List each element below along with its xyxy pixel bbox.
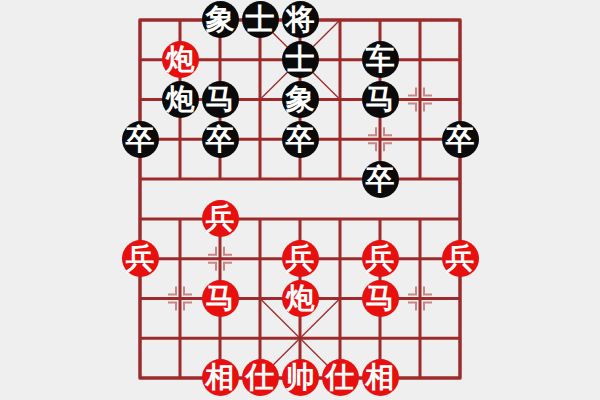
black-chariot[interactable]: 车 [362,41,399,78]
xiangqi-app: 象士将炮士车炮马象马卒卒卒卒卒兵兵兵兵兵马炮马相仕帅仕相 [0,0,600,400]
red-general[interactable]: 帅 [282,359,319,396]
black-soldier[interactable]: 卒 [442,121,479,158]
black-advisor[interactable]: 士 [282,41,319,78]
black-horse[interactable]: 马 [202,81,239,118]
red-cannon[interactable]: 炮 [162,41,199,78]
red-horse[interactable]: 马 [362,280,399,317]
red-soldier[interactable]: 兵 [202,200,239,237]
red-cannon[interactable]: 炮 [282,280,319,317]
black-soldier[interactable]: 卒 [202,121,239,158]
red-elephant[interactable]: 相 [362,359,399,396]
pieces-layer: 象士将炮士车炮马象马卒卒卒卒卒兵兵兵兵兵马炮马相仕帅仕相 [120,0,480,398]
black-general[interactable]: 将 [282,1,319,38]
black-horse[interactable]: 马 [362,81,399,118]
red-elephant[interactable]: 相 [202,359,239,396]
red-soldier[interactable]: 兵 [362,240,399,277]
red-soldier[interactable]: 兵 [122,240,159,277]
black-elephant[interactable]: 象 [202,1,239,38]
black-soldier[interactable]: 卒 [122,121,159,158]
red-soldier[interactable]: 兵 [282,240,319,277]
black-soldier[interactable]: 卒 [282,121,319,158]
red-horse[interactable]: 马 [202,280,239,317]
black-elephant[interactable]: 象 [282,81,319,118]
red-soldier[interactable]: 兵 [442,240,479,277]
black-advisor[interactable]: 士 [242,1,279,38]
black-cannon[interactable]: 炮 [162,81,199,118]
red-advisor[interactable]: 仕 [242,359,279,396]
black-soldier[interactable]: 卒 [362,161,399,198]
red-advisor[interactable]: 仕 [322,359,359,396]
